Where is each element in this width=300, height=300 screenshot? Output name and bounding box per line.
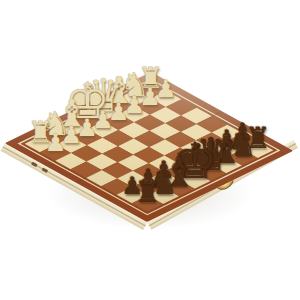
chess-set-photo: ♜♞♝♛♚♝♞♜♟♟♟♟♟♟♟♟♟♟♟♟♟♟♟♟♜♞♝♛♚♝♞♜ (0, 0, 300, 300)
piece-black-rook: ♜ (135, 178, 161, 207)
hinge-mark (41, 167, 48, 173)
hinge-mark (31, 162, 38, 168)
piece-white-pawn: ♟ (45, 131, 67, 155)
